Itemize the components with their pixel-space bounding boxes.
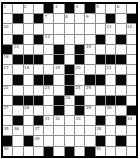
white-cell-r12c1[interactable]: [3, 116, 12, 125]
black-cell-r12c10: [96, 116, 105, 125]
white-cell-r15c4[interactable]: [34, 147, 43, 156]
white-cell-r7c8[interactable]: 20: [75, 65, 84, 74]
clue-number-28: 28: [24, 105, 29, 110]
white-cell-r12c6[interactable]: 32: [54, 116, 63, 125]
black-cell-r8c4: [34, 75, 43, 84]
white-cell-r13c3[interactable]: [24, 126, 33, 135]
white-cell-r5c4[interactable]: [34, 45, 43, 54]
clue-number-24: 24: [76, 85, 81, 90]
white-cell-r9c1[interactable]: 22: [3, 86, 12, 95]
white-cell-r1c4[interactable]: [34, 4, 43, 13]
white-cell-r11c12[interactable]: [116, 106, 125, 115]
white-cell-r14c11[interactable]: [106, 136, 115, 145]
white-cell-r5c10[interactable]: [96, 45, 105, 54]
clue-number-13: 13: [45, 34, 50, 39]
white-cell-r8c11[interactable]: [106, 75, 115, 84]
white-cell-r2c1[interactable]: [3, 14, 12, 23]
white-cell-r2c7[interactable]: 8: [65, 14, 74, 23]
white-cell-r11c9[interactable]: 29: [85, 106, 94, 115]
white-cell-r3c1[interactable]: 10: [3, 24, 12, 33]
white-cell-r13c6[interactable]: [54, 126, 63, 135]
black-cell-r5c6: [54, 45, 63, 54]
white-cell-r4c7[interactable]: [65, 35, 74, 44]
white-cell-r3c13[interactable]: 12: [127, 24, 136, 33]
black-cell-r14c3: [24, 136, 33, 145]
white-cell-r15c2[interactable]: [13, 147, 22, 156]
white-cell-r14c6[interactable]: [54, 136, 63, 145]
white-cell-r8c13[interactable]: [127, 75, 136, 84]
white-cell-r3c8[interactable]: [75, 24, 84, 33]
clue-number-30: 30: [106, 105, 111, 110]
white-cell-r1c1[interactable]: 1: [3, 4, 12, 13]
white-cell-r9c12[interactable]: [116, 86, 125, 95]
white-cell-r15c6[interactable]: [54, 147, 63, 156]
white-cell-r5c9[interactable]: 15: [85, 45, 94, 54]
white-cell-r3c7[interactable]: [65, 24, 74, 33]
white-cell-r9c11[interactable]: [106, 86, 115, 95]
white-cell-r15c11[interactable]: [106, 147, 115, 156]
clue-number-10: 10: [4, 24, 9, 29]
white-cell-r9c5[interactable]: 23: [44, 86, 53, 95]
black-cell-r11c6: [54, 106, 63, 115]
white-cell-r5c13[interactable]: [127, 45, 136, 54]
black-cell-r2c4: [34, 14, 43, 23]
white-cell-r2c8[interactable]: [75, 14, 84, 23]
white-cell-r13c10[interactable]: 38: [96, 126, 105, 135]
white-cell-r13c5[interactable]: [44, 126, 53, 135]
white-cell-r4c9[interactable]: [85, 35, 94, 44]
black-cell-r6c6: [54, 55, 63, 64]
white-cell-r3c9[interactable]: [85, 24, 94, 33]
white-cell-r12c5[interactable]: 31: [44, 116, 53, 125]
white-cell-r3c3[interactable]: [24, 24, 33, 33]
white-cell-r3c2[interactable]: [13, 24, 22, 33]
white-cell-r9c2[interactable]: [13, 86, 22, 95]
white-cell-r10c7[interactable]: 26: [65, 96, 74, 105]
white-cell-r5c11[interactable]: [106, 45, 115, 54]
black-cell-r12c12: [116, 116, 125, 125]
white-cell-r6c13[interactable]: [127, 55, 136, 64]
clue-number-15: 15: [86, 44, 91, 49]
white-cell-r5c2[interactable]: 14: [13, 45, 22, 54]
black-cell-r14c12: [116, 136, 125, 145]
white-cell-r13c2[interactable]: 36: [13, 126, 22, 135]
white-cell-r3c5[interactable]: [44, 24, 53, 33]
clue-number-16: 16: [4, 54, 9, 59]
white-cell-r7c6[interactable]: 19: [54, 65, 63, 74]
clue-number-17: 17: [4, 65, 9, 70]
clue-number-21: 21: [106, 65, 111, 70]
white-cell-r7c9[interactable]: [85, 65, 94, 74]
clue-number-20: 20: [76, 65, 81, 70]
clue-number-31: 31: [45, 116, 50, 121]
white-cell-r2c5[interactable]: 7: [44, 14, 53, 23]
white-cell-r13c9[interactable]: [85, 126, 94, 135]
black-cell-r10c3: [24, 96, 33, 105]
white-cell-r4c13[interactable]: [127, 35, 136, 44]
white-cell-r12c3[interactable]: [24, 116, 33, 125]
clue-number-12: 12: [127, 24, 132, 29]
clue-number-27: 27: [4, 105, 9, 110]
clue-number-3: 3: [55, 4, 58, 9]
white-cell-r10c1[interactable]: [3, 96, 12, 105]
white-cell-r7c5[interactable]: [44, 65, 53, 74]
clue-number-4: 4: [76, 4, 79, 9]
clue-number-33: 33: [76, 116, 81, 121]
white-cell-r1c11[interactable]: [106, 4, 115, 13]
white-cell-r14c13[interactable]: [127, 136, 136, 145]
white-cell-r9c10[interactable]: [96, 86, 105, 95]
white-cell-r7c2[interactable]: [13, 65, 22, 74]
white-cell-r4c11[interactable]: [106, 35, 115, 44]
white-cell-r15c8[interactable]: [75, 147, 84, 156]
clue-number-29: 29: [86, 105, 91, 110]
white-cell-r13c11[interactable]: [106, 126, 115, 135]
white-cell-r15c3[interactable]: [24, 147, 33, 156]
white-cell-r9c8[interactable]: 24: [75, 86, 84, 95]
black-cell-r11c8: [75, 106, 84, 115]
white-cell-r14c4[interactable]: 39: [34, 136, 43, 145]
white-cell-r7c13[interactable]: [127, 65, 136, 74]
white-cell-r6c9[interactable]: [85, 55, 94, 64]
black-cell-r6c11: [106, 55, 115, 64]
black-cell-r6c2: [13, 55, 22, 64]
white-cell-r5c7[interactable]: [65, 45, 74, 54]
white-cell-r2c3[interactable]: [24, 14, 33, 23]
white-cell-r1c8[interactable]: 4: [75, 4, 84, 13]
white-cell-r14c8[interactable]: [75, 136, 84, 145]
white-cell-r8c3[interactable]: [24, 75, 33, 84]
white-cell-r7c12[interactable]: [116, 65, 125, 74]
black-cell-r1c5: [44, 4, 53, 13]
white-cell-r12c9[interactable]: [85, 116, 94, 125]
black-cell-r4c4: [34, 35, 43, 44]
clue-number-7: 7: [45, 14, 48, 19]
clue-number-2: 2: [24, 4, 27, 9]
black-cell-r14c10: [96, 136, 105, 145]
white-cell-r10c13[interactable]: [127, 96, 136, 105]
white-cell-r1c12[interactable]: 6: [116, 4, 125, 13]
black-cell-r4c2: [13, 35, 22, 44]
white-cell-r9c6[interactable]: [54, 86, 63, 95]
white-cell-r3c6[interactable]: [54, 24, 63, 33]
black-cell-r10c11: [106, 96, 115, 105]
white-cell-r12c13[interactable]: 34: [127, 116, 136, 125]
black-cell-r5c8: [75, 45, 84, 54]
white-cell-r7c4[interactable]: [34, 65, 43, 74]
white-cell-r4c5[interactable]: 13: [44, 35, 53, 44]
black-cell-r10c12: [116, 96, 125, 105]
white-cell-r1c2[interactable]: [13, 4, 22, 13]
white-cell-r5c12[interactable]: [116, 45, 125, 54]
clue-number-38: 38: [96, 126, 101, 131]
white-cell-r1c10[interactable]: 5: [96, 4, 105, 13]
black-cell-r4c10: [96, 35, 105, 44]
white-cell-r14c9[interactable]: [85, 136, 94, 145]
white-cell-r14c7[interactable]: [65, 136, 74, 145]
clue-number-19: 19: [55, 65, 60, 70]
white-cell-r8c6[interactable]: [54, 75, 63, 84]
black-cell-r1c9: [85, 4, 94, 13]
black-cell-r8c7: [65, 75, 74, 84]
black-cell-r14c1: [3, 136, 12, 145]
white-cell-r4c1[interactable]: [3, 35, 12, 44]
black-cell-r8c2: [13, 75, 22, 84]
black-cell-r4c12: [116, 35, 125, 44]
white-cell-r2c6[interactable]: [54, 14, 63, 23]
black-cell-r10c8: [75, 96, 84, 105]
black-cell-r7c7: [65, 65, 74, 74]
clue-number-14: 14: [14, 44, 19, 49]
white-cell-r14c5[interactable]: [44, 136, 53, 145]
black-cell-r8c10: [96, 75, 105, 84]
clue-number-18: 18: [24, 65, 29, 70]
white-cell-r15c1[interactable]: 40: [3, 147, 12, 156]
white-cell-r13c4[interactable]: 37: [34, 126, 43, 135]
black-cell-r12c4: [34, 116, 43, 125]
white-cell-r9c3[interactable]: [24, 86, 33, 95]
white-cell-r1c13[interactable]: [127, 4, 136, 13]
black-cell-r8c9: [85, 75, 94, 84]
clue-number-39: 39: [34, 136, 39, 141]
white-cell-r9c4[interactable]: [34, 86, 43, 95]
white-cell-r6c7[interactable]: [65, 55, 74, 64]
clue-number-35: 35: [4, 126, 9, 131]
white-cell-r8c1[interactable]: [3, 75, 12, 84]
white-cell-r12c11[interactable]: [106, 116, 115, 125]
white-cell-r10c5[interactable]: [44, 96, 53, 105]
clue-number-11: 11: [106, 24, 111, 29]
white-cell-r10c9[interactable]: [85, 96, 94, 105]
white-cell-r11c10[interactable]: [96, 106, 105, 115]
black-cell-r15c5: [44, 147, 53, 156]
clue-number-23: 23: [45, 85, 50, 90]
black-cell-r8c12: [116, 75, 125, 84]
clue-number-9: 9: [86, 14, 89, 19]
clue-number-25: 25: [86, 85, 91, 90]
white-cell-r11c1[interactable]: 27: [3, 106, 12, 115]
black-cell-r15c7: [65, 147, 74, 156]
white-cell-r7c3[interactable]: 18: [24, 65, 33, 74]
white-cell-r13c1[interactable]: 35: [3, 126, 12, 135]
white-cell-r14c2[interactable]: [13, 136, 22, 145]
black-cell-r10c2: [13, 96, 22, 105]
black-cell-r1c7: [65, 4, 74, 13]
white-cell-r7c1[interactable]: 17: [3, 65, 12, 74]
white-cell-r4c8[interactable]: [75, 35, 84, 44]
black-cell-r2c11: [106, 14, 115, 23]
clue-number-5: 5: [96, 4, 99, 9]
black-cell-r10c10: [96, 96, 105, 105]
white-cell-r11c11[interactable]: 30: [106, 106, 115, 115]
clue-number-40: 40: [4, 146, 9, 151]
white-cell-r7c10[interactable]: [96, 65, 105, 74]
white-cell-r7c11[interactable]: 21: [106, 65, 115, 74]
black-cell-r15c9: [85, 147, 94, 156]
black-cell-r5c1: [3, 45, 12, 54]
white-cell-r2c10[interactable]: [96, 14, 105, 23]
black-cell-r10c6: [54, 96, 63, 105]
white-cell-r11c7[interactable]: [65, 106, 74, 115]
black-cell-r2c2: [13, 14, 22, 23]
black-cell-r10c4: [34, 96, 43, 105]
black-cell-r6c8: [75, 55, 84, 64]
black-cell-r11c13: [127, 106, 136, 115]
crossword-board: 1234567891011121314151617181920212223242…: [1, 2, 138, 158]
black-cell-r12c2: [13, 116, 22, 125]
clue-number-34: 34: [127, 116, 132, 121]
white-cell-r12c8[interactable]: 33: [75, 116, 84, 125]
white-cell-r9c9[interactable]: 25: [85, 86, 94, 95]
white-cell-r15c13[interactable]: [127, 147, 136, 156]
white-cell-r1c6[interactable]: 3: [54, 4, 63, 13]
white-cell-r13c13[interactable]: [127, 126, 136, 135]
white-cell-r13c8[interactable]: [75, 126, 84, 135]
clue-number-37: 37: [34, 126, 39, 131]
white-cell-r8c8[interactable]: [75, 75, 84, 84]
black-cell-r9c7: [65, 86, 74, 95]
clue-number-6: 6: [117, 4, 120, 9]
white-cell-r2c12[interactable]: [116, 14, 125, 23]
clue-number-8: 8: [65, 14, 68, 19]
white-cell-r11c5[interactable]: [44, 106, 53, 115]
clue-number-26: 26: [65, 95, 70, 100]
white-cell-r3c11[interactable]: 11: [106, 24, 115, 33]
black-cell-r6c10: [96, 55, 105, 64]
white-cell-r9c13[interactable]: [127, 86, 136, 95]
white-cell-r13c7[interactable]: [65, 126, 74, 135]
white-cell-r3c10[interactable]: [96, 24, 105, 33]
clue-number-32: 32: [55, 116, 60, 121]
white-cell-r3c12[interactable]: [116, 24, 125, 33]
black-cell-r6c4: [34, 55, 43, 64]
black-cell-r8c5: [44, 75, 53, 84]
white-cell-r11c4[interactable]: [34, 106, 43, 115]
white-cell-r5c3[interactable]: [24, 45, 33, 54]
white-cell-r4c3[interactable]: [24, 35, 33, 44]
clue-number-22: 22: [4, 85, 9, 90]
white-cell-r3c4[interactable]: [34, 24, 43, 33]
white-cell-r6c1[interactable]: 16: [3, 55, 12, 64]
white-cell-r1c3[interactable]: 2: [24, 4, 33, 13]
white-cell-r11c2[interactable]: [13, 106, 22, 115]
white-cell-r5c5[interactable]: [44, 45, 53, 54]
black-cell-r6c12: [116, 55, 125, 64]
white-cell-r13c12[interactable]: [116, 126, 125, 135]
black-cell-r2c13: [127, 14, 136, 23]
black-cell-r6c3: [24, 55, 33, 64]
clue-number-41: 41: [96, 146, 101, 151]
white-cell-r11c3[interactable]: 28: [24, 106, 33, 115]
clue-number-36: 36: [14, 126, 19, 131]
white-cell-r12c7[interactable]: [65, 116, 74, 125]
white-cell-r2c9[interactable]: 9: [85, 14, 94, 23]
clue-number-1: 1: [4, 4, 7, 9]
white-cell-r15c12[interactable]: [116, 147, 125, 156]
white-cell-r6c5[interactable]: [44, 55, 53, 64]
white-cell-r15c10[interactable]: 41: [96, 147, 105, 156]
white-cell-r4c6[interactable]: [54, 35, 63, 44]
